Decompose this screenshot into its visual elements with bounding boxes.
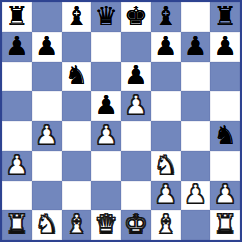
piece-white-knight[interactable]: ♞ xyxy=(35,211,58,237)
square-h3[interactable] xyxy=(210,151,240,181)
chess-board: ♜♝♛♚♝♜♟♟♟♟♟♞♟♟♟♟♟♞♟♞♟♟♟♜♞♝♛♚♝♜ xyxy=(0,0,242,242)
square-e8[interactable]: ♚ xyxy=(121,2,151,32)
square-e3[interactable] xyxy=(121,151,151,181)
square-c3[interactable] xyxy=(62,151,92,181)
square-b6[interactable] xyxy=(32,62,62,92)
square-d6[interactable] xyxy=(91,62,121,92)
piece-white-pawn[interactable]: ♟ xyxy=(94,122,117,148)
piece-white-pawn[interactable]: ♟ xyxy=(5,152,28,178)
piece-white-rook[interactable]: ♜ xyxy=(5,211,28,237)
square-h4[interactable]: ♞ xyxy=(210,121,240,151)
square-b2[interactable] xyxy=(32,181,62,211)
square-f4[interactable] xyxy=(151,121,181,151)
square-f8[interactable]: ♝ xyxy=(151,2,181,32)
square-a5[interactable] xyxy=(2,91,32,121)
piece-white-pawn[interactable]: ♟ xyxy=(35,122,58,148)
square-d3[interactable] xyxy=(91,151,121,181)
square-a1[interactable]: ♜ xyxy=(2,210,32,240)
piece-black-pawn[interactable]: ♟ xyxy=(94,92,117,118)
piece-white-pawn[interactable]: ♟ xyxy=(184,181,207,207)
piece-black-knight[interactable]: ♞ xyxy=(65,62,88,88)
square-b8[interactable] xyxy=(32,2,62,32)
piece-black-pawn[interactable]: ♟ xyxy=(213,33,236,59)
square-a7[interactable]: ♟ xyxy=(2,32,32,62)
square-g5[interactable] xyxy=(181,91,211,121)
square-f3[interactable]: ♞ xyxy=(151,151,181,181)
square-c4[interactable] xyxy=(62,121,92,151)
piece-black-pawn[interactable]: ♟ xyxy=(154,33,177,59)
piece-black-bishop[interactable]: ♝ xyxy=(154,3,177,29)
square-f2[interactable]: ♟ xyxy=(151,181,181,211)
square-d2[interactable] xyxy=(91,181,121,211)
piece-white-pawn[interactable]: ♟ xyxy=(154,181,177,207)
square-c2[interactable] xyxy=(62,181,92,211)
square-g7[interactable]: ♟ xyxy=(181,32,211,62)
square-e4[interactable] xyxy=(121,121,151,151)
piece-white-bishop[interactable]: ♝ xyxy=(154,211,177,237)
square-g6[interactable] xyxy=(181,62,211,92)
square-e2[interactable] xyxy=(121,181,151,211)
piece-black-pawn[interactable]: ♟ xyxy=(5,33,28,59)
piece-white-rook[interactable]: ♜ xyxy=(213,211,236,237)
square-g1[interactable] xyxy=(181,210,211,240)
square-g4[interactable] xyxy=(181,121,211,151)
piece-black-pawn[interactable]: ♟ xyxy=(35,33,58,59)
square-a2[interactable] xyxy=(2,181,32,211)
square-b1[interactable]: ♞ xyxy=(32,210,62,240)
square-e6[interactable]: ♟ xyxy=(121,62,151,92)
square-f1[interactable]: ♝ xyxy=(151,210,181,240)
square-h6[interactable] xyxy=(210,62,240,92)
square-h1[interactable]: ♜ xyxy=(210,210,240,240)
square-e1[interactable]: ♚ xyxy=(121,210,151,240)
square-e7[interactable] xyxy=(121,32,151,62)
square-d1[interactable]: ♛ xyxy=(91,210,121,240)
square-d8[interactable]: ♛ xyxy=(91,2,121,32)
piece-black-knight[interactable]: ♞ xyxy=(213,122,236,148)
square-f7[interactable]: ♟ xyxy=(151,32,181,62)
square-g3[interactable] xyxy=(181,151,211,181)
piece-white-queen[interactable]: ♛ xyxy=(94,211,117,237)
square-f5[interactable] xyxy=(151,91,181,121)
square-g8[interactable] xyxy=(181,2,211,32)
square-b7[interactable]: ♟ xyxy=(32,32,62,62)
square-h8[interactable]: ♜ xyxy=(210,2,240,32)
square-d4[interactable]: ♟ xyxy=(91,121,121,151)
square-f6[interactable] xyxy=(151,62,181,92)
square-c6[interactable]: ♞ xyxy=(62,62,92,92)
square-c7[interactable] xyxy=(62,32,92,62)
square-b3[interactable] xyxy=(32,151,62,181)
piece-black-pawn[interactable]: ♟ xyxy=(184,33,207,59)
piece-black-rook[interactable]: ♜ xyxy=(5,3,28,29)
piece-white-knight[interactable]: ♞ xyxy=(154,152,177,178)
square-c5[interactable] xyxy=(62,91,92,121)
piece-white-pawn[interactable]: ♟ xyxy=(124,92,147,118)
square-h2[interactable]: ♟ xyxy=(210,181,240,211)
square-d5[interactable]: ♟ xyxy=(91,91,121,121)
piece-black-pawn[interactable]: ♟ xyxy=(124,62,147,88)
square-b5[interactable] xyxy=(32,91,62,121)
square-e5[interactable]: ♟ xyxy=(121,91,151,121)
square-a3[interactable]: ♟ xyxy=(2,151,32,181)
square-a6[interactable] xyxy=(2,62,32,92)
square-a4[interactable] xyxy=(2,121,32,151)
piece-white-pawn[interactable]: ♟ xyxy=(213,181,236,207)
square-c1[interactable]: ♝ xyxy=(62,210,92,240)
piece-white-bishop[interactable]: ♝ xyxy=(65,211,88,237)
piece-black-king[interactable]: ♚ xyxy=(124,3,147,29)
piece-black-rook[interactable]: ♜ xyxy=(213,3,236,29)
square-g2[interactable]: ♟ xyxy=(181,181,211,211)
square-d7[interactable] xyxy=(91,32,121,62)
square-a8[interactable]: ♜ xyxy=(2,2,32,32)
piece-black-queen[interactable]: ♛ xyxy=(94,3,117,29)
square-h7[interactable]: ♟ xyxy=(210,32,240,62)
square-h5[interactable] xyxy=(210,91,240,121)
piece-white-king[interactable]: ♚ xyxy=(124,211,147,237)
piece-black-bishop[interactable]: ♝ xyxy=(65,3,88,29)
square-b4[interactable]: ♟ xyxy=(32,121,62,151)
square-c8[interactable]: ♝ xyxy=(62,2,92,32)
